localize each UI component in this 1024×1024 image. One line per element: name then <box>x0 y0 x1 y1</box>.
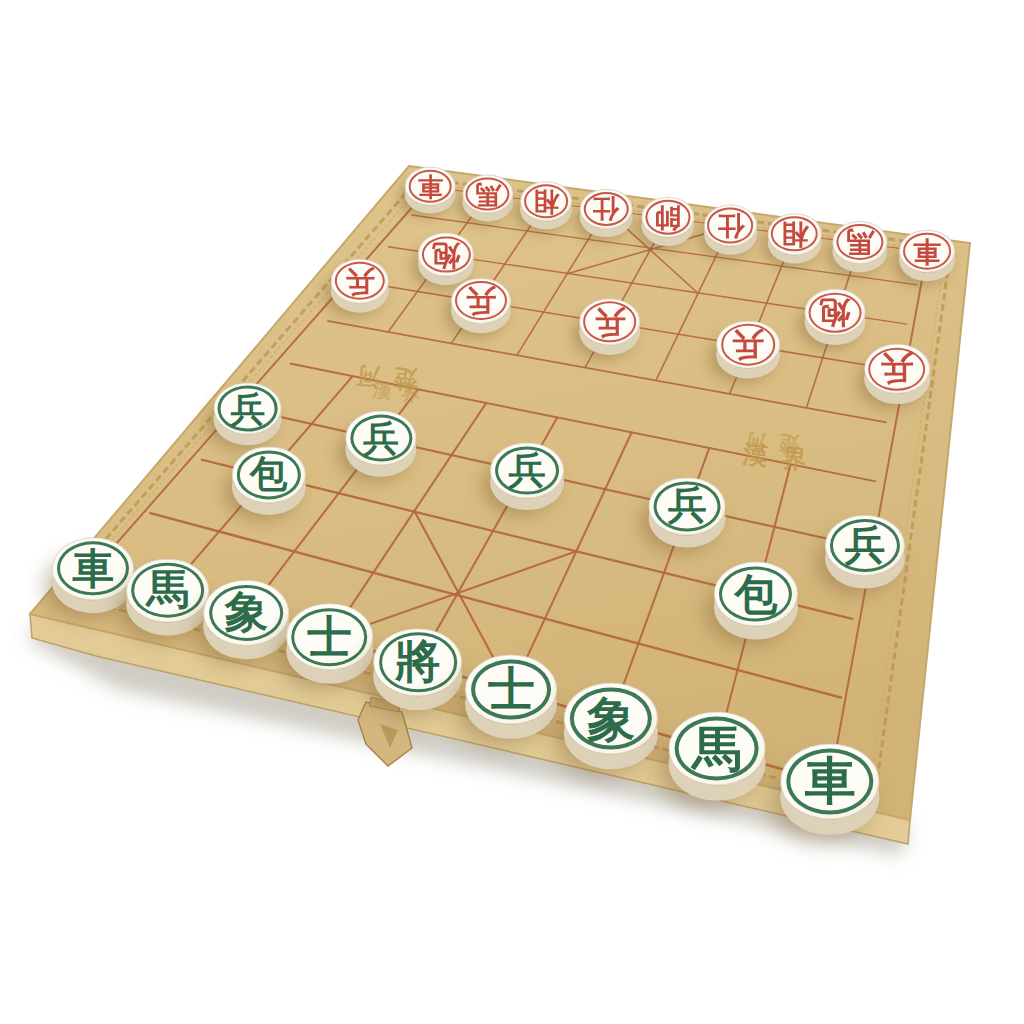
piece-green-general-r9c4[interactable]: 將 <box>373 628 463 697</box>
page-background: 楚河漢界楚河漢界 車馬相仕帥仕相馬車炮兵兵炮兵兵兵兵兵兵包兵兵車馬包象士將士象馬… <box>0 0 1024 1024</box>
piece-character: 包 <box>715 563 797 625</box>
piece-green-soldier-r6c6[interactable]: 兵 <box>649 477 726 536</box>
piece-character: 兵 <box>452 279 510 323</box>
piece-red-horse-r0c7[interactable]: 馬 <box>832 221 887 263</box>
piece-red-soldier-r3c8[interactable]: 兵 <box>864 344 930 394</box>
piece-character: 將 <box>374 629 462 696</box>
piece-character: 包 <box>233 448 305 503</box>
piece-character: 兵 <box>580 299 640 344</box>
piece-green-advisor-r9c3[interactable]: 士 <box>286 603 374 670</box>
piece-character: 象 <box>565 683 657 753</box>
piece-character: 士 <box>287 604 373 669</box>
piece-green-advisor-r9c5[interactable]: 士 <box>465 654 557 724</box>
piece-green-elephant-r9c2[interactable]: 象 <box>204 580 290 646</box>
piece-red-soldier-r3c6[interactable]: 兵 <box>716 320 780 369</box>
piece-red-advisor-r0c3[interactable]: 仕 <box>580 189 633 229</box>
piece-green-elephant-r9c6[interactable]: 象 <box>564 682 658 754</box>
piece-red-elephant-r0c6[interactable]: 相 <box>767 213 822 255</box>
piece-character: 兵 <box>826 516 904 575</box>
piece-character: 車 <box>53 538 133 599</box>
piece-green-horse-r9c7[interactable]: 馬 <box>668 712 765 786</box>
piece-character: 車 <box>900 231 954 272</box>
piece-character: 兵 <box>491 443 563 498</box>
piece-red-advisor-r0c5[interactable]: 仕 <box>704 205 758 246</box>
piece-red-soldier-r3c4[interactable]: 兵 <box>579 298 641 345</box>
piece-character: 車 <box>406 168 455 205</box>
piece-character: 仕 <box>705 206 757 245</box>
piece-green-chariot-r9c8[interactable]: 車 <box>780 743 879 819</box>
piece-character: 兵 <box>346 412 415 465</box>
piece-character: 象 <box>205 581 289 645</box>
piece-character: 車 <box>781 744 878 818</box>
piece-character: 相 <box>768 214 821 254</box>
piece-green-cannon-r7c7[interactable]: 包 <box>714 562 798 626</box>
piece-character: 兵 <box>865 345 929 393</box>
piece-green-chariot-r9c0[interactable]: 車 <box>52 537 134 600</box>
piece-red-cannon-r2c1[interactable]: 炮 <box>418 233 474 276</box>
piece-red-soldier-r3c2[interactable]: 兵 <box>451 278 511 324</box>
pieces-layer: 車馬相仕帥仕相馬車炮兵兵炮兵兵兵兵兵兵包兵兵車馬包象士將士象馬車 <box>0 0 1024 1024</box>
piece-red-soldier-r3c0[interactable]: 兵 <box>331 259 389 304</box>
piece-character: 仕 <box>581 190 632 228</box>
piece-green-soldier-r6c8[interactable]: 兵 <box>825 515 905 576</box>
piece-green-soldier-r6c0[interactable]: 兵 <box>213 382 282 435</box>
piece-red-chariot-r0c0[interactable]: 車 <box>405 167 456 206</box>
piece-character: 士 <box>466 655 556 723</box>
piece-red-cannon-r2c7[interactable]: 炮 <box>805 289 866 336</box>
piece-character: 帥 <box>642 198 693 237</box>
piece-character: 馬 <box>669 713 764 785</box>
piece-character: 炮 <box>806 290 865 335</box>
piece-green-cannon-r7c1[interactable]: 包 <box>232 447 306 504</box>
piece-green-soldier-r6c4[interactable]: 兵 <box>490 442 564 499</box>
piece-character: 馬 <box>463 175 512 212</box>
piece-character: 相 <box>521 182 571 220</box>
piece-character: 馬 <box>127 559 209 621</box>
piece-character: 兵 <box>717 321 779 368</box>
piece-red-horse-r0c1[interactable]: 馬 <box>462 174 513 213</box>
piece-character: 兵 <box>214 383 281 434</box>
piece-red-general-r0c4[interactable]: 帥 <box>641 197 694 238</box>
piece-green-soldier-r6c2[interactable]: 兵 <box>345 411 416 466</box>
piece-character: 兵 <box>650 478 725 535</box>
piece-red-chariot-r0c8[interactable]: 車 <box>899 230 955 273</box>
piece-red-elephant-r0c2[interactable]: 相 <box>520 181 572 221</box>
piece-character: 兵 <box>332 260 388 303</box>
piece-character: 馬 <box>833 222 886 262</box>
piece-character: 炮 <box>419 234 473 275</box>
piece-green-horse-r9c1[interactable]: 馬 <box>126 558 210 622</box>
